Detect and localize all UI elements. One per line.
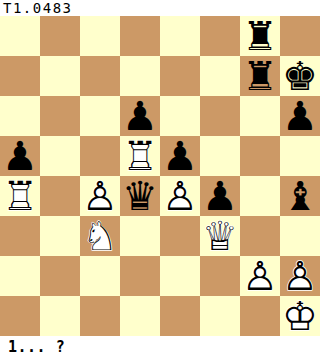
square-d3[interactable]: [120, 216, 160, 256]
white-pawn-outline-icon: ♙: [160, 176, 200, 216]
piece-black-king: ♚: [280, 56, 320, 96]
white-pawn-outline-icon: ♙: [80, 176, 120, 216]
square-h3[interactable]: [280, 216, 320, 256]
square-e3[interactable]: [160, 216, 200, 256]
square-c1[interactable]: [80, 296, 120, 336]
piece-white-pawn: ♟♙: [240, 256, 280, 296]
square-g3[interactable]: [240, 216, 280, 256]
piece-white-knight: ♞♘: [80, 216, 120, 256]
black-pawn-icon: ♟: [280, 96, 320, 136]
square-h1[interactable]: ♚♔: [280, 296, 320, 336]
square-g5[interactable]: [240, 136, 280, 176]
square-e8[interactable]: [160, 16, 200, 56]
square-e7[interactable]: [160, 56, 200, 96]
square-g4[interactable]: [240, 176, 280, 216]
chess-puzzle-window: T1.0483 ♜♜♚♟♟♟♜♖♟♜♖♟♙♛♟♙♟♝♞♘♛♕♟♙♟♙♚♔ 1..…: [0, 0, 320, 360]
square-c5[interactable]: [80, 136, 120, 176]
square-c8[interactable]: [80, 16, 120, 56]
square-a4[interactable]: ♜♖: [0, 176, 40, 216]
square-d4[interactable]: ♛: [120, 176, 160, 216]
square-g6[interactable]: [240, 96, 280, 136]
square-d2[interactable]: [120, 256, 160, 296]
square-h5[interactable]: [280, 136, 320, 176]
black-rook-icon: ♜: [240, 16, 280, 56]
piece-white-pawn: ♟♙: [280, 256, 320, 296]
puzzle-id: T1.0483: [3, 1, 73, 15]
square-g2[interactable]: ♟♙: [240, 256, 280, 296]
white-rook-outline-icon: ♖: [120, 136, 160, 176]
square-c7[interactable]: [80, 56, 120, 96]
black-king-icon: ♚: [280, 56, 320, 96]
piece-black-pawn: ♟: [280, 96, 320, 136]
white-pawn-outline-icon: ♙: [280, 256, 320, 296]
piece-white-rook: ♜♖: [120, 136, 160, 176]
square-e6[interactable]: [160, 96, 200, 136]
piece-white-rook: ♜♖: [0, 176, 40, 216]
square-b5[interactable]: [40, 136, 80, 176]
black-pawn-icon: ♟: [0, 136, 40, 176]
square-b6[interactable]: [40, 96, 80, 136]
square-h8[interactable]: [280, 16, 320, 56]
black-pawn-icon: ♟: [160, 136, 200, 176]
piece-black-rook: ♜: [240, 16, 280, 56]
square-h7[interactable]: ♚: [280, 56, 320, 96]
square-b4[interactable]: [40, 176, 80, 216]
square-f8[interactable]: [200, 16, 240, 56]
square-a8[interactable]: [0, 16, 40, 56]
square-g1[interactable]: [240, 296, 280, 336]
square-f2[interactable]: [200, 256, 240, 296]
square-c2[interactable]: [80, 256, 120, 296]
square-d8[interactable]: [120, 16, 160, 56]
square-e2[interactable]: [160, 256, 200, 296]
black-bishop-icon: ♝: [280, 176, 320, 216]
piece-white-pawn: ♟♙: [80, 176, 120, 216]
square-c6[interactable]: [80, 96, 120, 136]
square-d6[interactable]: ♟: [120, 96, 160, 136]
square-h6[interactable]: ♟: [280, 96, 320, 136]
square-a7[interactable]: [0, 56, 40, 96]
white-king-outline-icon: ♔: [280, 296, 320, 336]
square-g8[interactable]: ♜: [240, 16, 280, 56]
piece-white-queen: ♛♕: [200, 216, 240, 256]
square-d7[interactable]: [120, 56, 160, 96]
piece-black-bishop: ♝: [280, 176, 320, 216]
square-g7[interactable]: ♜: [240, 56, 280, 96]
black-rook-icon: ♜: [240, 56, 280, 96]
square-b2[interactable]: [40, 256, 80, 296]
piece-black-rook: ♜: [240, 56, 280, 96]
square-c4[interactable]: ♟♙: [80, 176, 120, 216]
piece-black-pawn: ♟: [160, 136, 200, 176]
square-e5[interactable]: ♟: [160, 136, 200, 176]
square-e4[interactable]: ♟♙: [160, 176, 200, 216]
square-b3[interactable]: [40, 216, 80, 256]
square-f5[interactable]: [200, 136, 240, 176]
square-h4[interactable]: ♝: [280, 176, 320, 216]
square-h2[interactable]: ♟♙: [280, 256, 320, 296]
square-b1[interactable]: [40, 296, 80, 336]
move-prompt: 1... ?: [8, 339, 65, 355]
square-a2[interactable]: [0, 256, 40, 296]
piece-white-pawn: ♟♙: [160, 176, 200, 216]
white-queen-outline-icon: ♕: [200, 216, 240, 256]
square-a6[interactable]: [0, 96, 40, 136]
chess-board: ♜♜♚♟♟♟♜♖♟♜♖♟♙♛♟♙♟♝♞♘♛♕♟♙♟♙♚♔: [0, 16, 320, 336]
piece-black-pawn: ♟: [200, 176, 240, 216]
black-pawn-icon: ♟: [200, 176, 240, 216]
square-d1[interactable]: [120, 296, 160, 336]
white-pawn-outline-icon: ♙: [240, 256, 280, 296]
square-c3[interactable]: ♞♘: [80, 216, 120, 256]
white-knight-outline-icon: ♘: [80, 216, 120, 256]
piece-black-pawn: ♟: [0, 136, 40, 176]
white-rook-outline-icon: ♖: [0, 176, 40, 216]
square-f7[interactable]: [200, 56, 240, 96]
square-b8[interactable]: [40, 16, 80, 56]
black-pawn-icon: ♟: [120, 96, 160, 136]
square-f4[interactable]: ♟: [200, 176, 240, 216]
square-f1[interactable]: [200, 296, 240, 336]
square-a5[interactable]: ♟: [0, 136, 40, 176]
square-a3[interactable]: [0, 216, 40, 256]
piece-white-king: ♚♔: [280, 296, 320, 336]
square-e1[interactable]: [160, 296, 200, 336]
piece-black-pawn: ♟: [120, 96, 160, 136]
black-queen-icon: ♛: [120, 176, 160, 216]
square-f6[interactable]: [200, 96, 240, 136]
piece-black-queen: ♛: [120, 176, 160, 216]
square-a1[interactable]: [0, 296, 40, 336]
square-b7[interactable]: [40, 56, 80, 96]
square-d5[interactable]: ♜♖: [120, 136, 160, 176]
square-f3[interactable]: ♛♕: [200, 216, 240, 256]
